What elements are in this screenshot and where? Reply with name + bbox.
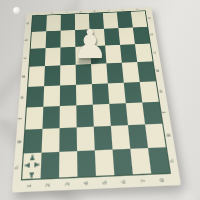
pawn-head-highlight	[13, 7, 20, 14]
square-a2[interactable]	[46, 15, 61, 32]
square-g4[interactable]	[77, 126, 95, 151]
white-pawn-glyph: ♟	[72, 21, 108, 67]
square-e8[interactable]	[140, 81, 159, 102]
square-h1[interactable]: ♟♟♟♟	[22, 153, 41, 180]
square-h4[interactable]	[77, 150, 96, 177]
square-e1[interactable]	[27, 86, 44, 107]
square-d1[interactable]	[28, 66, 45, 86]
brand-label: CHESS	[29, 49, 35, 62]
photo-background: 12345678 12345678 abcdefgh abcdefgh ◉ CH…	[0, 0, 200, 200]
square-f3[interactable]	[60, 105, 77, 128]
square-f4[interactable]	[76, 104, 93, 127]
square-f2[interactable]	[42, 106, 59, 129]
square-g5[interactable]	[94, 126, 113, 151]
square-f5[interactable]	[93, 104, 111, 127]
square-e5[interactable]	[92, 83, 109, 104]
square-e3[interactable]	[60, 84, 76, 105]
square-g1[interactable]	[24, 129, 43, 154]
square-e2[interactable]	[43, 85, 60, 106]
square-b1[interactable]	[31, 31, 47, 49]
square-d3[interactable]	[60, 65, 76, 85]
square-b2[interactable]	[46, 31, 61, 49]
square-c2[interactable]	[45, 48, 61, 67]
square-d2[interactable]	[44, 66, 60, 86]
square-g2[interactable]	[42, 128, 60, 153]
square-b8[interactable]	[133, 27, 150, 44]
square-h8[interactable]	[148, 147, 170, 173]
square-d4[interactable]	[76, 64, 92, 84]
square-c8[interactable]	[135, 44, 153, 63]
square-h5[interactable]	[95, 149, 115, 175]
square-g3[interactable]	[59, 127, 77, 152]
square-e4[interactable]	[76, 84, 93, 105]
square-f1[interactable]	[25, 106, 43, 129]
white-pawn-b4[interactable]: ♟	[72, 24, 104, 64]
square-a8[interactable]	[131, 11, 147, 27]
square-g8[interactable]	[145, 123, 166, 147]
corner-emblem-icon: ♟♟♟♟	[23, 154, 40, 178]
brand-logo-icon: ◉	[28, 63, 33, 67]
square-h2[interactable]	[41, 152, 60, 179]
square-d8[interactable]	[137, 62, 155, 82]
square-f8[interactable]	[142, 101, 162, 124]
square-a1[interactable]	[32, 15, 47, 32]
square-h3[interactable]	[59, 151, 77, 178]
